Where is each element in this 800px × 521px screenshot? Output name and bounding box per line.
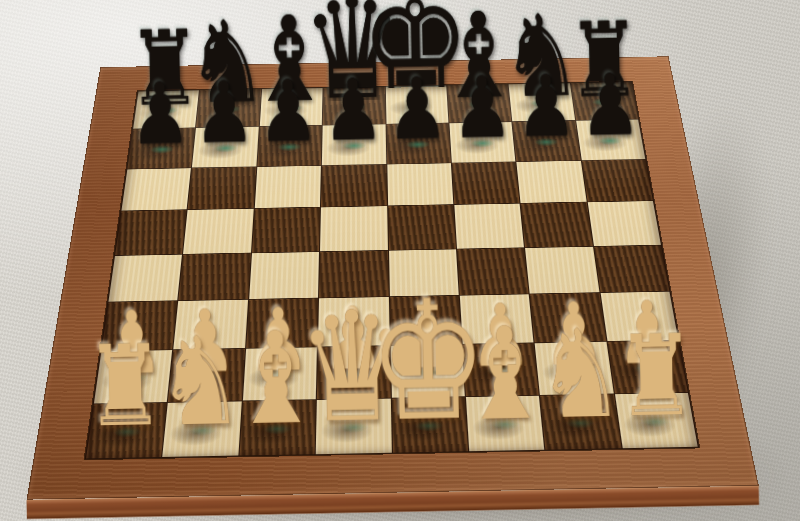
board-squares: ♜♞♝♛♚♝♞♜♟♟♟♟♟♟♟♟♟♟♟♟♟♟♟♟♜♞♝♛♚♝♞♜ <box>85 81 699 459</box>
piece-black-pawn: ♟ <box>258 69 320 155</box>
square-d7: ♟ <box>322 125 386 165</box>
piece-black-pawn: ♟ <box>322 68 384 154</box>
square-f6 <box>452 162 520 204</box>
square-d5 <box>320 206 387 251</box>
square-h1: ♜ <box>615 393 698 449</box>
square-a1: ♜ <box>86 403 167 459</box>
square-f7: ♟ <box>449 122 515 162</box>
square-c7: ♟ <box>257 126 322 166</box>
square-c6 <box>255 166 321 209</box>
square-g5 <box>521 202 593 247</box>
square-a7: ♟ <box>127 128 195 169</box>
square-a6 <box>121 168 191 211</box>
square-b6 <box>188 167 256 210</box>
piece-black-pawn: ♟ <box>386 66 448 152</box>
square-g1: ♞ <box>540 394 621 450</box>
piece-black-pawn: ♟ <box>579 63 641 149</box>
square-b7: ♟ <box>192 127 258 167</box>
piece-white-king: ♚ <box>367 277 489 444</box>
square-b1: ♞ <box>163 401 242 457</box>
square-a5 <box>115 210 187 255</box>
piece-black-pawn: ♟ <box>129 71 191 157</box>
square-e6 <box>387 163 453 205</box>
square-e5 <box>388 205 456 250</box>
square-e7: ♟ <box>386 123 451 163</box>
square-c5 <box>252 207 320 252</box>
square-f5 <box>454 204 524 249</box>
piece-black-pawn: ♟ <box>451 65 513 151</box>
square-g6 <box>517 161 587 203</box>
square-h6 <box>581 159 652 201</box>
chess-board: ♜♞♝♛♚♝♞♜♟♟♟♟♟♟♟♟♟♟♟♟♟♟♟♟♜♞♝♛♚♝♞♜ <box>27 56 759 499</box>
square-h5 <box>587 201 661 246</box>
square-g7: ♟ <box>513 121 581 161</box>
square-e1: ♚ <box>391 397 468 453</box>
square-h7: ♟ <box>576 120 645 160</box>
piece-black-pawn: ♟ <box>193 70 255 156</box>
piece-black-pawn: ♟ <box>515 64 577 150</box>
piece-white-rook: ♜ <box>84 331 166 444</box>
piece-white-rook: ♜ <box>616 321 698 434</box>
chess-photo-scene: ♜♞♝♛♚♝♞♜♟♟♟♟♟♟♟♟♟♟♟♟♟♟♟♟♜♞♝♛♚♝♞♜ <box>0 0 800 521</box>
square-b5 <box>183 209 253 254</box>
square-d6 <box>321 164 387 207</box>
